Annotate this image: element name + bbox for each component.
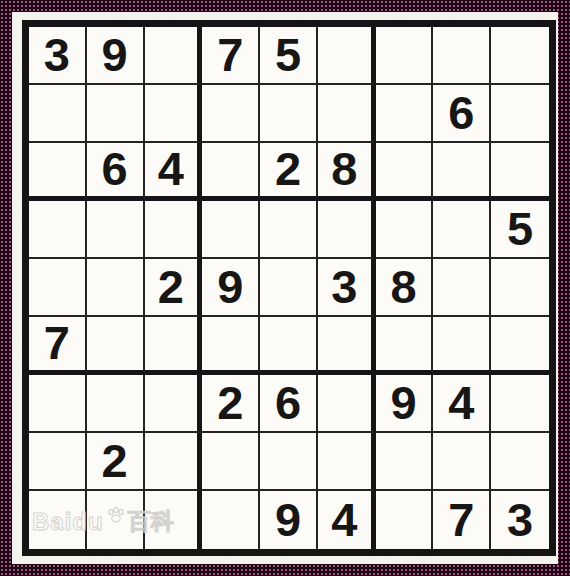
cell-r9c5[interactable]: 9 xyxy=(260,491,318,549)
cell-r7c3[interactable] xyxy=(145,375,203,433)
cell-r7c9[interactable] xyxy=(491,375,549,433)
cell-r2c6[interactable] xyxy=(318,85,376,143)
halftone-frame: 397566428529387269429473 Baidu 百科 xyxy=(0,0,570,576)
cell-r1c3[interactable] xyxy=(145,27,203,85)
cell-r2c3[interactable] xyxy=(145,85,203,143)
given-digit: 8 xyxy=(390,263,416,310)
cell-r8c6[interactable] xyxy=(318,433,376,491)
cell-r4c1[interactable] xyxy=(29,201,87,259)
cell-r5c6[interactable]: 3 xyxy=(318,259,376,317)
cell-r3c5[interactable]: 2 xyxy=(260,143,318,201)
cell-r8c8[interactable] xyxy=(433,433,491,491)
cell-r6c9[interactable] xyxy=(491,317,549,375)
given-digit: 9 xyxy=(217,263,243,310)
given-digit: 6 xyxy=(102,145,128,192)
cell-r7c2[interactable] xyxy=(87,375,145,433)
cell-r1c9[interactable] xyxy=(491,27,549,85)
given-digit: 9 xyxy=(390,379,416,426)
cell-r4c5[interactable] xyxy=(260,201,318,259)
cell-r8c4[interactable] xyxy=(202,433,260,491)
given-digit: 9 xyxy=(275,496,301,543)
cell-r3c7[interactable] xyxy=(376,143,434,201)
given-digit: 5 xyxy=(275,31,301,78)
cell-r9c9[interactable]: 3 xyxy=(491,491,549,549)
given-digit: 2 xyxy=(275,145,301,192)
cell-r3c8[interactable] xyxy=(433,143,491,201)
cell-r7c4[interactable]: 2 xyxy=(202,375,260,433)
given-digit: 4 xyxy=(331,496,357,543)
sudoku-board: 397566428529387269429473 xyxy=(22,20,556,556)
cell-r6c8[interactable] xyxy=(433,317,491,375)
cell-r6c2[interactable] xyxy=(87,317,145,375)
given-digit: 2 xyxy=(158,263,184,310)
cell-r2c1[interactable] xyxy=(29,85,87,143)
given-digit: 5 xyxy=(507,205,533,252)
cell-r2c7[interactable] xyxy=(376,85,434,143)
given-digit: 3 xyxy=(331,263,357,310)
given-digit: 2 xyxy=(217,379,243,426)
given-digit: 6 xyxy=(448,89,474,136)
cell-r5c2[interactable] xyxy=(87,259,145,317)
given-digit: 2 xyxy=(102,437,128,484)
cell-r7c8[interactable]: 4 xyxy=(433,375,491,433)
cell-r7c5[interactable]: 6 xyxy=(260,375,318,433)
cell-r1c8[interactable] xyxy=(433,27,491,85)
cell-r2c4[interactable] xyxy=(202,85,260,143)
given-digit: 8 xyxy=(331,145,357,192)
cell-r3c9[interactable] xyxy=(491,143,549,201)
cell-r5c8[interactable] xyxy=(433,259,491,317)
cell-r3c6[interactable]: 8 xyxy=(318,143,376,201)
given-digit: 6 xyxy=(275,379,301,426)
cell-r9c2[interactable] xyxy=(87,491,145,549)
cell-r1c5[interactable]: 5 xyxy=(260,27,318,85)
given-digit: 7 xyxy=(448,496,474,543)
cell-r6c3[interactable] xyxy=(145,317,203,375)
cell-r7c7[interactable]: 9 xyxy=(376,375,434,433)
cell-r8c7[interactable] xyxy=(376,433,434,491)
cell-r8c3[interactable] xyxy=(145,433,203,491)
cell-r9c8[interactable]: 7 xyxy=(433,491,491,549)
given-digit: 3 xyxy=(507,496,533,543)
given-digit: 4 xyxy=(448,379,474,426)
cell-r9c1[interactable] xyxy=(29,491,87,549)
cell-r3c2[interactable]: 6 xyxy=(87,143,145,201)
cell-r8c5[interactable] xyxy=(260,433,318,491)
cell-r9c3[interactable] xyxy=(145,491,203,549)
given-digit: 9 xyxy=(102,31,128,78)
cell-r5c1[interactable] xyxy=(29,259,87,317)
cell-r4c7[interactable] xyxy=(376,201,434,259)
cell-r6c4[interactable] xyxy=(202,317,260,375)
cell-r2c9[interactable] xyxy=(491,85,549,143)
cell-r4c2[interactable] xyxy=(87,201,145,259)
cell-r5c3[interactable]: 2 xyxy=(145,259,203,317)
cell-r1c4[interactable]: 7 xyxy=(202,27,260,85)
cell-r6c6[interactable] xyxy=(318,317,376,375)
cell-r9c4[interactable] xyxy=(202,491,260,549)
cell-r6c7[interactable] xyxy=(376,317,434,375)
cell-r4c3[interactable] xyxy=(145,201,203,259)
cell-r6c5[interactable] xyxy=(260,317,318,375)
cell-r7c6[interactable] xyxy=(318,375,376,433)
cell-r3c4[interactable] xyxy=(202,143,260,201)
cell-r9c6[interactable]: 4 xyxy=(318,491,376,549)
cell-r6c1[interactable]: 7 xyxy=(29,317,87,375)
given-digit: 3 xyxy=(44,31,70,78)
cell-r4c8[interactable] xyxy=(433,201,491,259)
cell-r1c6[interactable] xyxy=(318,27,376,85)
cell-r9c7[interactable] xyxy=(376,491,434,549)
cell-r8c9[interactable] xyxy=(491,433,549,491)
cell-r5c9[interactable] xyxy=(491,259,549,317)
cell-r4c4[interactable] xyxy=(202,201,260,259)
cell-r3c3[interactable]: 4 xyxy=(145,143,203,201)
cell-r8c2[interactable]: 2 xyxy=(87,433,145,491)
puzzle-paper: 397566428529387269429473 Baidu 百科 xyxy=(12,12,558,564)
cell-r2c8[interactable]: 6 xyxy=(433,85,491,143)
cell-r1c2[interactable]: 9 xyxy=(87,27,145,85)
given-digit: 4 xyxy=(158,145,184,192)
cell-r4c9[interactable]: 5 xyxy=(491,201,549,259)
cell-r1c1[interactable]: 3 xyxy=(29,27,87,85)
cell-r2c5[interactable] xyxy=(260,85,318,143)
cell-r1c7[interactable] xyxy=(376,27,434,85)
cell-r4c6[interactable] xyxy=(318,201,376,259)
cell-r5c5[interactable] xyxy=(260,259,318,317)
cell-r8c1[interactable] xyxy=(29,433,87,491)
cell-r7c1[interactable] xyxy=(29,375,87,433)
cell-r2c2[interactable] xyxy=(87,85,145,143)
cell-r5c7[interactable]: 8 xyxy=(376,259,434,317)
cell-r5c4[interactable]: 9 xyxy=(202,259,260,317)
cell-r3c1[interactable] xyxy=(29,143,87,201)
given-digit: 7 xyxy=(217,31,243,78)
given-digit: 7 xyxy=(44,319,70,366)
